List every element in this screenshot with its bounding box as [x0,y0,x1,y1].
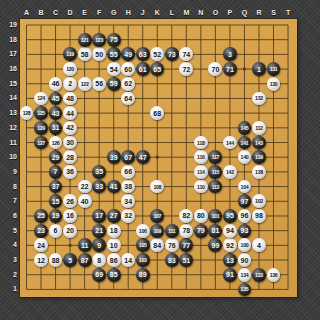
col-label-G: G [111,9,116,16]
row-label-6: 6 [0,212,17,220]
stone-white-114-N9[interactable]: 114 [194,165,208,179]
stone-white-80-N6[interactable]: 80 [194,209,208,223]
row-label-2: 2 [0,271,17,279]
stone-black-95-P6[interactable]: 95 [223,209,237,223]
stone-white-82-M6[interactable]: 82 [179,209,193,223]
stone-white-98-R6[interactable]: 98 [252,209,266,223]
stone-black-39-G10[interactable]: 39 [107,150,121,164]
stone-black-1-R16[interactable]: 1 [252,62,266,76]
col-label-C: C [53,9,58,16]
stone-white-122-E15[interactable]: 122 [78,77,92,91]
stone-white-44-D13[interactable]: 44 [63,106,77,120]
stone-black-25-B6[interactable]: 25 [34,209,48,223]
stone-white-94-P5[interactable]: 94 [223,224,237,238]
row-label-19: 19 [0,21,17,29]
stone-white-18-G5[interactable]: 18 [107,224,121,238]
stone-black-93-Q5[interactable]: 93 [238,224,252,238]
col-label-D: D [68,9,73,16]
stone-black-11-E4[interactable]: 11 [78,238,92,252]
stone-white-62-H15[interactable]: 62 [121,77,135,91]
stone-white-56-F15[interactable]: 56 [92,77,106,91]
stone-white-120-D16[interactable]: 120 [63,62,77,76]
stone-white-142-P9[interactable]: 142 [223,165,237,179]
go-board[interactable]: 1234567891011121314151617181920212223242… [20,19,297,297]
stone-white-48-D14[interactable]: 48 [63,92,77,106]
row-label-5: 5 [0,227,17,235]
stone-black-83-L3[interactable]: 83 [165,253,179,267]
stone-black-91-P2[interactable]: 91 [223,268,237,282]
stone-black-143-R11[interactable]: 143 [252,136,266,150]
stone-black-35-F9[interactable]: 35 [92,165,106,179]
col-label-P: P [228,9,233,16]
stone-white-16-D6[interactable]: 16 [63,209,77,223]
row-label-3: 3 [0,256,17,264]
stone-white-112-R12[interactable]: 112 [252,121,266,135]
row-label-9: 9 [0,168,17,176]
stone-black-19-C6[interactable]: 19 [49,209,63,223]
stone-black-5-D3[interactable]: 5 [63,253,77,267]
stone-black-139-R10[interactable]: 139 [252,150,266,164]
stone-black-115-O9[interactable]: 115 [208,165,222,179]
col-label-L: L [170,9,174,16]
stone-white-66-H9[interactable]: 66 [121,165,135,179]
row-label-12: 12 [0,124,17,132]
stone-white-46-C15[interactable]: 46 [49,77,63,91]
col-label-J: J [141,9,145,16]
stone-black-145-Q12[interactable]: 145 [238,121,252,135]
stone-white-92-P4[interactable]: 92 [223,238,237,252]
stone-white-36-D9[interactable]: 36 [63,165,77,179]
row-label-15: 15 [0,80,17,88]
stone-white-102-R7[interactable]: 102 [252,194,266,208]
stone-white-54-G16[interactable]: 54 [107,62,121,76]
stone-white-2-D15[interactable]: 2 [63,77,77,91]
stone-black-59-G15[interactable]: 59 [107,77,121,91]
stone-black-23-B5[interactable]: 23 [34,224,48,238]
stone-black-79-N5[interactable]: 79 [194,224,208,238]
stone-black-55-G17[interactable]: 55 [107,47,121,61]
stone-white-6-C5[interactable]: 6 [49,224,63,238]
stone-white-136-S2[interactable]: 136 [267,268,281,282]
stone-white-40-E7[interactable]: 40 [78,194,92,208]
stone-black-85-G2[interactable]: 85 [107,268,121,282]
stone-white-106-J5[interactable]: 106 [136,224,150,238]
stone-black-73-L17[interactable]: 73 [165,47,179,61]
stone-black-3-P17[interactable]: 3 [223,47,237,61]
star-point-D4 [68,244,71,247]
row-label-17: 17 [0,50,17,58]
row-label-11: 11 [0,139,17,147]
row-label-18: 18 [0,36,17,44]
row-label-16: 16 [0,65,17,73]
col-label-S: S [271,9,276,16]
stone-white-132-R14[interactable]: 132 [252,92,266,106]
stone-black-17-F6[interactable]: 17 [92,209,106,223]
col-label-R: R [256,9,261,16]
col-label-K: K [155,9,160,16]
stone-white-12-B3[interactable]: 12 [34,253,48,267]
stone-black-65-K16[interactable]: 65 [150,62,164,76]
col-label-Q: Q [242,9,247,16]
stone-black-61-J16[interactable]: 61 [136,62,150,76]
stone-black-87-E3[interactable]: 87 [78,253,92,267]
stone-white-76-L4[interactable]: 76 [165,238,179,252]
stone-black-47-J10[interactable]: 47 [136,150,150,164]
stone-black-109-K5[interactable]: 109 [150,224,164,238]
stone-black-133-R2[interactable]: 133 [252,268,266,282]
stone-black-121-E18[interactable]: 121 [78,33,92,47]
stone-white-130-S15[interactable]: 130 [267,77,281,91]
stone-white-78-M5[interactable]: 78 [179,224,193,238]
stone-black-13-P3[interactable]: 13 [223,253,237,267]
stone-white-116-N10[interactable]: 116 [194,150,208,164]
col-label-M: M [183,9,189,16]
stone-white-60-H16[interactable]: 60 [121,62,135,76]
row-label-4: 4 [0,241,17,249]
stone-black-125-B13[interactable]: 125 [34,106,48,120]
stone-black-41-G8[interactable]: 41 [107,180,121,194]
col-label-E: E [82,9,87,16]
col-label-T: T [286,9,290,16]
stone-white-96-Q6[interactable]: 96 [238,209,252,223]
stone-white-58-E17[interactable]: 58 [78,47,92,61]
col-label-O: O [213,9,218,16]
stone-black-71-P16[interactable]: 71 [223,62,237,76]
col-label-F: F [97,9,101,16]
stone-white-28-D10[interactable]: 28 [63,150,77,164]
stone-black-63-J17[interactable]: 63 [136,47,150,61]
stone-black-127-B11[interactable]: 127 [34,136,48,150]
stone-black-7-C9[interactable]: 7 [49,165,63,179]
row-label-1: 1 [0,285,17,293]
stone-black-105-J4[interactable]: 105 [136,238,150,252]
star-point-Q16 [243,67,246,70]
stone-white-8-F3[interactable]: 8 [92,253,106,267]
stone-white-138-R9[interactable]: 138 [252,165,266,179]
stone-black-81-O5[interactable]: 81 [208,224,222,238]
stone-white-10-G4[interactable]: 10 [107,238,121,252]
stone-white-144-P11[interactable]: 144 [223,136,237,150]
row-label-14: 14 [0,94,17,102]
stone-white-124-B14[interactable]: 124 [34,92,48,106]
stone-white-32-H6[interactable]: 32 [121,209,135,223]
stone-black-123-F18[interactable]: 123 [92,33,106,47]
col-label-A: A [24,9,29,16]
stone-white-134-Q2[interactable]: 134 [238,268,252,282]
stone-black-129-B12[interactable]: 129 [34,121,48,135]
stone-white-42-D12[interactable]: 42 [63,121,77,135]
stone-white-110-N8[interactable]: 110 [194,180,208,194]
stone-black-27-G6[interactable]: 27 [107,209,121,223]
stone-white-20-D5[interactable]: 20 [63,224,77,238]
stone-white-86-G3[interactable]: 86 [107,253,121,267]
col-label-B: B [38,9,43,16]
stone-white-22-E8[interactable]: 22 [78,180,92,194]
col-label-H: H [126,9,131,16]
stone-black-103-J3[interactable]: 103 [136,253,150,267]
stone-black-31-C12[interactable]: 31 [49,121,63,135]
go-diagram: ABCDEFGHJKLMNOPQRST 19181716151413121110… [0,0,320,320]
stone-black-89-J2[interactable]: 89 [136,268,150,282]
stone-white-90-Q3[interactable]: 90 [238,253,252,267]
stone-black-111-L5[interactable]: 111 [165,224,179,238]
stone-black-69-F2[interactable]: 69 [92,268,106,282]
stone-white-14-H3[interactable]: 14 [121,253,135,267]
star-point-K10 [156,156,159,159]
stone-black-75-G18[interactable]: 75 [107,33,121,47]
row-label-7: 7 [0,197,17,205]
col-label-N: N [198,9,203,16]
stone-black-107-K6[interactable]: 107 [150,209,164,223]
stone-white-118-N11[interactable]: 118 [194,136,208,150]
row-label-13: 13 [0,109,17,117]
stone-black-21-F5[interactable]: 21 [92,224,106,238]
row-label-8: 8 [0,183,17,191]
row-label-10: 10 [0,153,17,161]
